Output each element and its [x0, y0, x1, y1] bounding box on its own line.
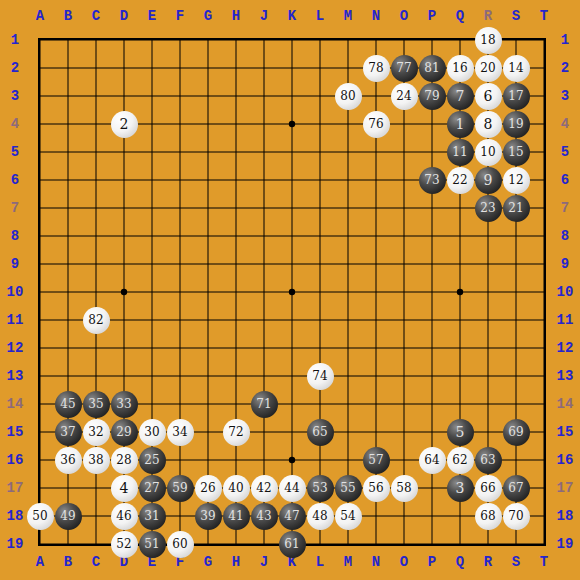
- stone-number: 42: [256, 482, 271, 494]
- board-point-L15: 65: [306, 418, 334, 446]
- black-stone-27: 27: [139, 475, 166, 502]
- board-point-R6: 9: [474, 166, 502, 194]
- stone-number: 38: [88, 454, 103, 466]
- board-point-S4: 19: [502, 110, 530, 138]
- board-point-E17: 27: [138, 474, 166, 502]
- black-stone-7: 7: [447, 83, 474, 110]
- board-point-S18: 70: [502, 502, 530, 530]
- board-point-M18: 54: [334, 502, 362, 530]
- stone-number: 77: [396, 62, 411, 74]
- board-point-H15: 72: [222, 418, 250, 446]
- stone-number: 6: [484, 89, 493, 103]
- stone-number: 65: [312, 426, 327, 438]
- stone-number: 52: [116, 538, 131, 550]
- black-stone-73: 73: [419, 167, 446, 194]
- col-label: S: [502, 7, 530, 25]
- board-point-A18: 50: [26, 502, 54, 530]
- col-label: O: [390, 7, 418, 25]
- white-stone-12: 12: [503, 167, 530, 194]
- stone-number: 51: [144, 538, 159, 550]
- stone-number: 80: [340, 90, 355, 102]
- black-stone-15: 15: [503, 139, 530, 166]
- board-point-B18: 49: [54, 502, 82, 530]
- board-point-K19: 61: [278, 530, 306, 558]
- board-point-S3: 17: [502, 82, 530, 110]
- white-stone-64: 64: [419, 447, 446, 474]
- white-stone-4: 4: [111, 475, 138, 502]
- stone-number: 12: [508, 174, 523, 186]
- stone-number: 64: [424, 454, 439, 466]
- col-label: E: [138, 7, 166, 25]
- board-point-D16: 28: [110, 446, 138, 474]
- stone-number: 53: [312, 482, 327, 494]
- board-point-D17: 4: [110, 474, 138, 502]
- stone-number: 36: [60, 454, 75, 466]
- black-stone-81: 81: [419, 55, 446, 82]
- stone-number: 40: [228, 482, 243, 494]
- white-stone-70: 70: [503, 503, 530, 530]
- white-stone-46: 46: [111, 503, 138, 530]
- board-point-Q15: 5: [446, 418, 474, 446]
- board-point-J17: 42: [250, 474, 278, 502]
- stone-number: 72: [228, 426, 243, 438]
- stone-number: 47: [284, 510, 299, 522]
- board-point-P6: 73: [418, 166, 446, 194]
- board-point-O3: 24: [390, 82, 418, 110]
- black-stone-43: 43: [251, 503, 278, 530]
- white-stone-14: 14: [503, 55, 530, 82]
- white-stone-74: 74: [307, 363, 334, 390]
- stone-number: 26: [200, 482, 215, 494]
- board-point-E16: 25: [138, 446, 166, 474]
- black-stone-33: 33: [111, 391, 138, 418]
- white-stone-76: 76: [363, 111, 390, 138]
- board-point-Q2: 16: [446, 54, 474, 82]
- white-stone-20: 20: [475, 55, 502, 82]
- stone-number: 14: [508, 62, 523, 74]
- board-point-D4: 2: [110, 110, 138, 138]
- stone-number: 54: [340, 510, 355, 522]
- board-point-B16: 36: [54, 446, 82, 474]
- board-point-N17: 56: [362, 474, 390, 502]
- white-stone-80: 80: [335, 83, 362, 110]
- black-stone-79: 79: [419, 83, 446, 110]
- col-label: F: [166, 7, 194, 25]
- board-point-P2: 81: [418, 54, 446, 82]
- stone-number: 66: [480, 482, 495, 494]
- board-point-R17: 66: [474, 474, 502, 502]
- col-label: A: [26, 7, 54, 25]
- stone-number: 49: [60, 510, 75, 522]
- board-point-K18: 47: [278, 502, 306, 530]
- board-point-D15: 29: [110, 418, 138, 446]
- stone-number: 73: [424, 174, 439, 186]
- board-point-L13: 74: [306, 362, 334, 390]
- board-point-C16: 38: [82, 446, 110, 474]
- black-stone-61: 61: [279, 531, 306, 558]
- white-stone-24: 24: [391, 83, 418, 110]
- stone-number: 78: [368, 62, 383, 74]
- stone-number: 74: [312, 370, 327, 382]
- stone-number: 5: [456, 425, 465, 439]
- stone-number: 37: [60, 426, 75, 438]
- col-label: Q: [446, 7, 474, 25]
- stone-number: 67: [508, 482, 523, 494]
- board-point-S2: 14: [502, 54, 530, 82]
- black-stone-77: 77: [391, 55, 418, 82]
- stone-number: 61: [284, 538, 299, 550]
- black-stone-25: 25: [139, 447, 166, 474]
- board-point-R2: 20: [474, 54, 502, 82]
- stone-number: 43: [256, 510, 271, 522]
- stone-number: 55: [340, 482, 355, 494]
- board-point-Q6: 22: [446, 166, 474, 194]
- black-stone-57: 57: [363, 447, 390, 474]
- col-label: N: [362, 7, 390, 25]
- board-point-R5: 10: [474, 138, 502, 166]
- col-label: P: [418, 7, 446, 25]
- stone-number: 81: [424, 62, 439, 74]
- stone-number: 41: [228, 510, 243, 522]
- black-stone-29: 29: [111, 419, 138, 446]
- white-stone-54: 54: [335, 503, 362, 530]
- stone-number: 21: [508, 202, 523, 214]
- col-label: R: [474, 7, 502, 25]
- white-stone-34: 34: [167, 419, 194, 446]
- stone-number: 45: [60, 398, 75, 410]
- black-stone-67: 67: [503, 475, 530, 502]
- board-point-C15: 32: [82, 418, 110, 446]
- white-stone-68: 68: [475, 503, 502, 530]
- board-point-M3: 80: [334, 82, 362, 110]
- white-stone-66: 66: [475, 475, 502, 502]
- stone-number: 32: [88, 426, 103, 438]
- board-point-F17: 59: [166, 474, 194, 502]
- white-stone-60: 60: [167, 531, 194, 558]
- column-labels-top: ABCDEFGHJKLMNOPQRST: [26, 7, 558, 25]
- board-point-R16: 63: [474, 446, 502, 474]
- board-point-F15: 34: [166, 418, 194, 446]
- black-stone-69: 69: [503, 419, 530, 446]
- black-stone-31: 31: [139, 503, 166, 530]
- stone-number: 24: [396, 90, 411, 102]
- board-point-N2: 78: [362, 54, 390, 82]
- board-point-Q4: 1: [446, 110, 474, 138]
- board-point-E15: 30: [138, 418, 166, 446]
- stone-number: 44: [284, 482, 299, 494]
- white-stone-72: 72: [223, 419, 250, 446]
- white-stone-38: 38: [83, 447, 110, 474]
- stone-number: 23: [480, 202, 495, 214]
- black-stone-39: 39: [195, 503, 222, 530]
- white-stone-30: 30: [139, 419, 166, 446]
- board-point-J18: 43: [250, 502, 278, 530]
- white-stone-82: 82: [83, 307, 110, 334]
- col-label: G: [194, 7, 222, 25]
- board-point-Q17: 3: [446, 474, 474, 502]
- go-board: 1234567891011121415161718192021222324252…: [26, 26, 558, 558]
- white-stone-36: 36: [55, 447, 82, 474]
- stone-number: 27: [144, 482, 159, 494]
- black-stone-49: 49: [55, 503, 82, 530]
- stone-number: 15: [508, 146, 523, 158]
- board-point-Q5: 11: [446, 138, 474, 166]
- white-stone-58: 58: [391, 475, 418, 502]
- board-point-R18: 68: [474, 502, 502, 530]
- white-stone-48: 48: [307, 503, 334, 530]
- black-stone-63: 63: [475, 447, 502, 474]
- col-label: B: [54, 7, 82, 25]
- white-stone-22: 22: [447, 167, 474, 194]
- stone-number: 9: [484, 173, 493, 187]
- board-point-C14: 35: [82, 390, 110, 418]
- white-stone-6: 6: [475, 83, 502, 110]
- board-point-D18: 46: [110, 502, 138, 530]
- stone-number: 1: [456, 117, 465, 131]
- white-stone-56: 56: [363, 475, 390, 502]
- stone-number: 33: [116, 398, 131, 410]
- board-point-G18: 39: [194, 502, 222, 530]
- black-stone-23: 23: [475, 195, 502, 222]
- board-point-C11: 82: [82, 306, 110, 334]
- col-label: L: [306, 7, 334, 25]
- white-stone-28: 28: [111, 447, 138, 474]
- stone-number: 22: [452, 174, 467, 186]
- stone-number: 20: [480, 62, 495, 74]
- board-point-P16: 64: [418, 446, 446, 474]
- black-stone-35: 35: [83, 391, 110, 418]
- white-stone-40: 40: [223, 475, 250, 502]
- stone-number: 58: [396, 482, 411, 494]
- board-point-R3: 6: [474, 82, 502, 110]
- stone-number: 50: [32, 510, 47, 522]
- board-point-P3: 79: [418, 82, 446, 110]
- board-point-B14: 45: [54, 390, 82, 418]
- board-point-G17: 26: [194, 474, 222, 502]
- white-stone-2: 2: [111, 111, 138, 138]
- white-stone-18: 18: [475, 27, 502, 54]
- black-stone-3: 3: [447, 475, 474, 502]
- white-stone-32: 32: [83, 419, 110, 446]
- stone-number: 3: [456, 481, 465, 495]
- black-stone-59: 59: [167, 475, 194, 502]
- board-point-H17: 40: [222, 474, 250, 502]
- board-point-S5: 15: [502, 138, 530, 166]
- black-stone-21: 21: [503, 195, 530, 222]
- stone-number: 59: [172, 482, 187, 494]
- board-point-R1: 18: [474, 26, 502, 54]
- board-point-R7: 23: [474, 194, 502, 222]
- white-stone-26: 26: [195, 475, 222, 502]
- stone-number: 48: [312, 510, 327, 522]
- board-point-N16: 57: [362, 446, 390, 474]
- board-point-B15: 37: [54, 418, 82, 446]
- black-stone-71: 71: [251, 391, 278, 418]
- board-point-F19: 60: [166, 530, 194, 558]
- stone-number: 56: [368, 482, 383, 494]
- stone-number: 2: [120, 117, 129, 131]
- board-point-M17: 55: [334, 474, 362, 502]
- stone-number: 30: [144, 426, 159, 438]
- col-label: J: [250, 7, 278, 25]
- stone-number: 35: [88, 398, 103, 410]
- board-point-O17: 58: [390, 474, 418, 502]
- col-label: H: [222, 7, 250, 25]
- black-stone-51: 51: [139, 531, 166, 558]
- stone-number: 17: [508, 90, 523, 102]
- stone-number: 18: [480, 34, 495, 46]
- board-point-L17: 53: [306, 474, 334, 502]
- board-point-S7: 21: [502, 194, 530, 222]
- board-point-O2: 77: [390, 54, 418, 82]
- board-point-E19: 51: [138, 530, 166, 558]
- black-stone-5: 5: [447, 419, 474, 446]
- white-stone-8: 8: [475, 111, 502, 138]
- board-point-R4: 8: [474, 110, 502, 138]
- black-stone-17: 17: [503, 83, 530, 110]
- black-stone-41: 41: [223, 503, 250, 530]
- black-stone-45: 45: [55, 391, 82, 418]
- stone-number: 46: [116, 510, 131, 522]
- black-stone-55: 55: [335, 475, 362, 502]
- white-stone-78: 78: [363, 55, 390, 82]
- board-point-H18: 41: [222, 502, 250, 530]
- stone-number: 19: [508, 118, 523, 130]
- col-label: D: [110, 7, 138, 25]
- stone-number: 11: [452, 146, 467, 158]
- col-label: T: [530, 7, 558, 25]
- board-point-D14: 33: [110, 390, 138, 418]
- stone-number: 76: [368, 118, 383, 130]
- black-stone-65: 65: [307, 419, 334, 446]
- col-label: M: [334, 7, 362, 25]
- col-label: K: [278, 7, 306, 25]
- board-point-N4: 76: [362, 110, 390, 138]
- stone-number: 29: [116, 426, 131, 438]
- black-stone-19: 19: [503, 111, 530, 138]
- stone-number: 28: [116, 454, 131, 466]
- stone-number: 34: [172, 426, 187, 438]
- board-point-E18: 31: [138, 502, 166, 530]
- stone-number: 57: [368, 454, 383, 466]
- board-point-Q3: 7: [446, 82, 474, 110]
- stone-number: 16: [452, 62, 467, 74]
- stone-number: 7: [456, 89, 465, 103]
- black-stone-9: 9: [475, 167, 502, 194]
- stone-number: 31: [144, 510, 159, 522]
- white-stone-62: 62: [447, 447, 474, 474]
- stone-number: 69: [508, 426, 523, 438]
- board-point-K17: 44: [278, 474, 306, 502]
- stone-number: 82: [88, 314, 103, 326]
- board-point-Q16: 62: [446, 446, 474, 474]
- board-point-S15: 69: [502, 418, 530, 446]
- stone-number: 62: [452, 454, 467, 466]
- go-kifu-diagram: ABCDEFGHJKLMNOPQRST ABCDEFGHJKLMNOPQRST …: [0, 0, 580, 580]
- white-stone-50: 50: [27, 503, 54, 530]
- board-point-D19: 52: [110, 530, 138, 558]
- stone-number: 4: [120, 481, 129, 495]
- stone-number: 8: [484, 117, 493, 131]
- stone-number: 68: [480, 510, 495, 522]
- white-stone-10: 10: [475, 139, 502, 166]
- black-stone-1: 1: [447, 111, 474, 138]
- white-stone-42: 42: [251, 475, 278, 502]
- stone-number: 71: [256, 398, 271, 410]
- board-point-J14: 71: [250, 390, 278, 418]
- board-point-S6: 12: [502, 166, 530, 194]
- black-stone-37: 37: [55, 419, 82, 446]
- black-stone-11: 11: [447, 139, 474, 166]
- stone-number: 25: [144, 454, 159, 466]
- stone-number: 70: [508, 510, 523, 522]
- white-stone-16: 16: [447, 55, 474, 82]
- black-stone-53: 53: [307, 475, 334, 502]
- board-point-S17: 67: [502, 474, 530, 502]
- white-stone-44: 44: [279, 475, 306, 502]
- stone-number: 79: [424, 90, 439, 102]
- black-stone-47: 47: [279, 503, 306, 530]
- board-point-L18: 48: [306, 502, 334, 530]
- stone-number: 39: [200, 510, 215, 522]
- stone-number: 63: [480, 454, 495, 466]
- stone-number: 10: [480, 146, 495, 158]
- col-label: C: [82, 7, 110, 25]
- stone-number: 60: [172, 538, 187, 550]
- white-stone-52: 52: [111, 531, 138, 558]
